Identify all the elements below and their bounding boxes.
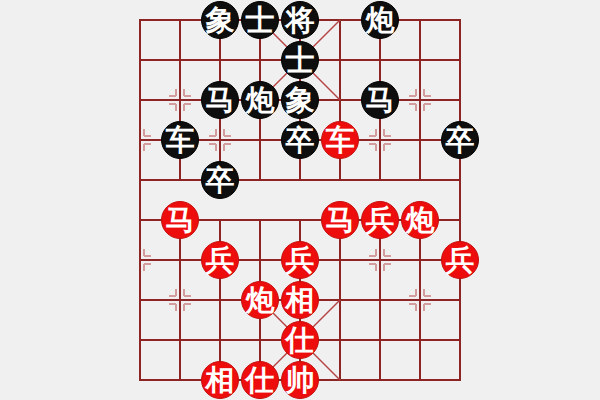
board-point[interactable]: 兵 (280, 240, 320, 280)
board-point[interactable] (120, 160, 160, 200)
board-point[interactable] (440, 80, 480, 120)
xiangqi-board: 象士将炮士马炮象马车卒车卒卒马马兵炮兵兵兵炮相仕相仕帅 (120, 0, 480, 400)
board-point[interactable] (160, 280, 200, 320)
board-point[interactable] (120, 200, 160, 240)
board-point[interactable]: 炮 (240, 280, 280, 320)
board-point[interactable]: 马 (200, 80, 240, 120)
board-point[interactable]: 炮 (400, 200, 440, 240)
board-point[interactable] (440, 0, 480, 40)
piece-red-general[interactable]: 帅 (281, 361, 319, 399)
board-point[interactable] (400, 40, 440, 80)
board-point[interactable] (200, 200, 240, 240)
board-point[interactable] (400, 360, 440, 400)
board-point[interactable] (360, 320, 400, 360)
board-point[interactable] (400, 320, 440, 360)
board-point[interactable] (360, 160, 400, 200)
board-point[interactable] (320, 240, 360, 280)
piece-red-elephant[interactable]: 相 (281, 281, 319, 319)
board-point[interactable] (200, 320, 240, 360)
board-point[interactable] (320, 80, 360, 120)
piece-black-horse[interactable]: 马 (361, 81, 399, 119)
board-point[interactable] (440, 40, 480, 80)
board-point[interactable] (240, 200, 280, 240)
board-point[interactable] (320, 280, 360, 320)
board-point[interactable] (160, 320, 200, 360)
board-point[interactable] (320, 40, 360, 80)
board-point[interactable] (120, 80, 160, 120)
board-point[interactable] (120, 120, 160, 160)
board-point[interactable] (360, 120, 400, 160)
board-point[interactable] (360, 240, 400, 280)
piece-black-elephant[interactable]: 象 (281, 81, 319, 119)
piece-red-advisor[interactable]: 仕 (241, 361, 279, 399)
board-point[interactable] (320, 160, 360, 200)
board-point[interactable]: 马 (160, 200, 200, 240)
board-point[interactable] (120, 0, 160, 40)
board-point[interactable]: 马 (320, 200, 360, 240)
board-point[interactable] (400, 80, 440, 120)
board-point[interactable]: 卒 (440, 120, 480, 160)
board-point[interactable] (160, 360, 200, 400)
board-point[interactable] (360, 40, 400, 80)
board-point[interactable]: 象 (200, 0, 240, 40)
board-point[interactable] (120, 360, 160, 400)
board-point[interactable] (200, 120, 240, 160)
board-point[interactable] (120, 280, 160, 320)
piece-black-advisor[interactable]: 士 (281, 41, 319, 79)
board-point[interactable] (400, 240, 440, 280)
piece-black-elephant[interactable]: 象 (201, 1, 239, 39)
board-point[interactable] (280, 200, 320, 240)
board-point[interactable] (440, 280, 480, 320)
piece-black-cannon[interactable]: 炮 (361, 1, 399, 39)
piece-black-pawn[interactable]: 卒 (201, 161, 239, 199)
piece-red-cannon[interactable]: 炮 (241, 281, 279, 319)
board-point[interactable] (320, 320, 360, 360)
board-point[interactable] (120, 240, 160, 280)
piece-red-horse[interactable]: 马 (161, 201, 199, 239)
board-point[interactable] (120, 40, 160, 80)
board-point[interactable]: 卒 (280, 120, 320, 160)
board-point[interactable]: 车 (320, 120, 360, 160)
piece-black-general[interactable]: 将 (281, 1, 319, 39)
board-point[interactable] (360, 280, 400, 320)
piece-black-cannon[interactable]: 炮 (241, 81, 279, 119)
board-point[interactable]: 马 (360, 80, 400, 120)
board-point[interactable]: 炮 (240, 80, 280, 120)
board-point[interactable] (200, 40, 240, 80)
board-point[interactable]: 仕 (240, 360, 280, 400)
piece-black-advisor[interactable]: 士 (241, 1, 279, 39)
piece-red-advisor[interactable]: 仕 (281, 321, 319, 359)
board-point[interactable]: 士 (280, 40, 320, 80)
board-point[interactable] (240, 240, 280, 280)
board-point[interactable] (280, 160, 320, 200)
board-point[interactable] (440, 200, 480, 240)
board-point[interactable] (440, 360, 480, 400)
piece-red-pawn[interactable]: 兵 (441, 241, 479, 279)
board-point[interactable]: 兵 (360, 200, 400, 240)
board-point[interactable]: 相 (280, 280, 320, 320)
board-point[interactable] (440, 160, 480, 200)
board-point[interactable] (320, 0, 360, 40)
board-point[interactable]: 仕 (280, 320, 320, 360)
piece-red-horse[interactable]: 马 (321, 201, 359, 239)
piece-black-horse[interactable]: 马 (201, 81, 239, 119)
board-point[interactable] (360, 360, 400, 400)
board-point[interactable]: 将 (280, 0, 320, 40)
board-point[interactable] (240, 40, 280, 80)
piece-red-pawn[interactable]: 兵 (281, 241, 319, 279)
piece-black-pawn[interactable]: 卒 (441, 121, 479, 159)
board-point[interactable] (240, 160, 280, 200)
board-point[interactable] (160, 240, 200, 280)
board-point[interactable] (160, 160, 200, 200)
piece-red-elephant[interactable]: 相 (201, 361, 239, 399)
board-point[interactable] (400, 0, 440, 40)
piece-red-pawn[interactable]: 兵 (361, 201, 399, 239)
piece-red-pawn[interactable]: 兵 (201, 241, 239, 279)
piece-red-chariot[interactable]: 车 (321, 121, 359, 159)
board-point[interactable] (440, 320, 480, 360)
board-point[interactable]: 卒 (200, 160, 240, 200)
board-point[interactable]: 帅 (280, 360, 320, 400)
piece-black-chariot[interactable]: 车 (161, 121, 199, 159)
board-point[interactable]: 兵 (200, 240, 240, 280)
piece-black-pawn[interactable]: 卒 (281, 121, 319, 159)
piece-red-cannon[interactable]: 炮 (401, 201, 439, 239)
board-point[interactable] (240, 120, 280, 160)
board-point[interactable]: 炮 (360, 0, 400, 40)
board-point[interactable]: 兵 (440, 240, 480, 280)
board-point[interactable] (320, 360, 360, 400)
board-point[interactable]: 相 (200, 360, 240, 400)
board-point[interactable] (400, 280, 440, 320)
board-point[interactable]: 象 (280, 80, 320, 120)
board-point[interactable]: 士 (240, 0, 280, 40)
board-point[interactable] (160, 80, 200, 120)
board-point[interactable] (120, 320, 160, 360)
board-point[interactable]: 车 (160, 120, 200, 160)
board-point[interactable] (240, 320, 280, 360)
board-point[interactable] (400, 120, 440, 160)
xiangqi-app: 象士将炮士马炮象马车卒车卒卒马马兵炮兵兵兵炮相仕相仕帅 (0, 0, 600, 400)
board-point[interactable] (400, 160, 440, 200)
board-point[interactable] (200, 280, 240, 320)
board-point[interactable] (160, 0, 200, 40)
board-point[interactable] (160, 40, 200, 80)
